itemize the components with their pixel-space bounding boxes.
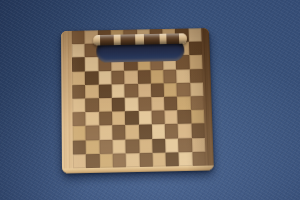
board-square xyxy=(72,85,85,99)
board-square xyxy=(151,111,165,125)
board-square xyxy=(98,84,111,98)
board-square xyxy=(85,57,98,71)
board-square xyxy=(98,71,111,85)
board-square xyxy=(112,111,125,125)
dowel-segment-walnut xyxy=(100,35,114,46)
board-square xyxy=(99,153,112,167)
board-square xyxy=(113,153,127,167)
board-square xyxy=(111,84,124,98)
board-square xyxy=(189,69,203,83)
board-square xyxy=(124,70,137,84)
board-square xyxy=(191,124,205,138)
board-square xyxy=(166,152,180,166)
board-square xyxy=(150,69,163,83)
board-square xyxy=(111,70,124,84)
board-square xyxy=(72,58,85,72)
board-square xyxy=(189,42,202,56)
board-square xyxy=(151,83,164,97)
checkerboard xyxy=(61,28,214,174)
board-square xyxy=(178,110,192,124)
board-square xyxy=(86,112,99,126)
board-square xyxy=(112,139,125,153)
board-square xyxy=(192,152,206,166)
board-square xyxy=(139,139,153,153)
dowel-segment-maple xyxy=(135,34,144,45)
board-square xyxy=(151,97,164,111)
board-square xyxy=(177,83,190,97)
board-square xyxy=(125,125,138,139)
board-square xyxy=(176,69,189,83)
board-square xyxy=(85,98,98,112)
board-square xyxy=(137,70,150,84)
board-square xyxy=(125,84,138,98)
board-square xyxy=(99,112,112,126)
board-square xyxy=(178,124,192,138)
board-square xyxy=(152,152,166,166)
board-square xyxy=(179,152,193,166)
board-square xyxy=(126,153,140,167)
board-square xyxy=(139,153,153,167)
board-square xyxy=(85,84,98,98)
board-square xyxy=(177,96,191,110)
board-square xyxy=(164,83,177,97)
photo-scene xyxy=(0,0,300,200)
board-square xyxy=(73,154,86,168)
board-square xyxy=(72,31,85,45)
turned-dowel-handle xyxy=(93,33,187,45)
board-square xyxy=(85,71,98,85)
board-square xyxy=(73,126,86,140)
dowel-segment-walnut xyxy=(144,34,160,45)
dowel-segment-walnut xyxy=(166,33,179,44)
board-square xyxy=(99,98,112,112)
board-square xyxy=(188,28,201,42)
dowel-segment-walnut xyxy=(120,34,135,45)
cutting-board xyxy=(61,28,214,174)
board-square xyxy=(112,98,125,112)
board-square xyxy=(152,138,166,152)
board-square xyxy=(73,140,86,154)
board-square xyxy=(138,125,152,139)
board-square xyxy=(72,98,85,112)
board-square xyxy=(86,140,99,154)
board-square xyxy=(191,110,205,124)
board-square xyxy=(138,111,151,125)
board-square xyxy=(165,138,179,152)
board-square xyxy=(125,111,138,125)
board-square xyxy=(163,69,176,83)
board-square xyxy=(126,139,140,153)
board-square xyxy=(72,44,85,58)
board-square xyxy=(125,97,138,111)
board-square xyxy=(86,126,99,140)
board-square xyxy=(138,97,151,111)
board-square xyxy=(190,96,204,110)
board-square xyxy=(138,83,151,97)
board-square xyxy=(112,125,125,139)
board-square xyxy=(192,138,206,152)
board-square xyxy=(99,126,112,140)
board-square xyxy=(189,55,202,69)
board-square xyxy=(86,154,99,168)
board-square xyxy=(72,71,85,85)
board-square xyxy=(190,82,204,96)
board-square xyxy=(164,110,178,124)
board-square xyxy=(165,124,179,138)
board-square xyxy=(152,124,166,138)
board-square xyxy=(164,97,178,111)
board-square xyxy=(178,138,192,152)
board-square xyxy=(99,139,112,153)
board-square xyxy=(72,112,85,126)
